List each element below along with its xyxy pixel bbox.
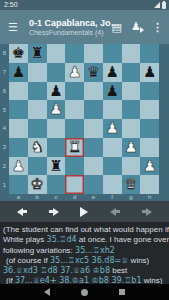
- square-h7[interactable]: ♟: [140, 63, 159, 82]
- rank-label-7: 7: [0, 63, 9, 82]
- piece-wP-f4: ♟: [105, 119, 118, 138]
- recents-button[interactable]: [119, 289, 125, 295]
- overflow-menu-icon[interactable]: ⋮: [152, 10, 163, 44]
- play-button[interactable]: [80, 201, 88, 222]
- square-h4[interactable]: [140, 119, 159, 138]
- battery-icon: [162, 2, 166, 9]
- comment-text: at once. I have gone over the: [77, 235, 169, 244]
- comment-text: best: [110, 266, 127, 275]
- rank-labels: 87654321: [0, 44, 9, 194]
- comment-text: White plays: [3, 235, 47, 244]
- piece-wP-g3: ♟: [124, 138, 137, 157]
- piece-bK-a8: ♚: [12, 44, 25, 63]
- square-f2[interactable]: [103, 157, 122, 176]
- skip-forward-button[interactable]: [142, 201, 152, 222]
- square-g6[interactable]: [122, 82, 141, 101]
- file-label-a: a: [9, 194, 28, 201]
- square-d3[interactable]: ♜: [65, 138, 84, 157]
- arrow-right-icon: [53, 208, 59, 216]
- square-b3[interactable]: ♞: [28, 138, 47, 157]
- file-label-h: h: [140, 194, 159, 201]
- piece-bP-f7: ♟: [105, 63, 118, 82]
- square-b7[interactable]: [28, 63, 47, 82]
- square-e5[interactable]: [84, 100, 103, 119]
- square-b5[interactable]: [28, 100, 47, 119]
- arrow-right-icon: [146, 208, 152, 216]
- square-f4[interactable]: ♟: [103, 119, 122, 138]
- square-g1[interactable]: ♛: [122, 175, 141, 194]
- piece-bP-f6: ♟: [105, 82, 118, 101]
- file-label-c: c: [47, 194, 66, 201]
- square-h3[interactable]: [140, 138, 159, 157]
- piece-wP-h2: ♟: [143, 157, 156, 176]
- back-button[interactable]: [44, 288, 50, 296]
- board-band: 87654321 ♚♜♟♟♛♟♟♟♟♟♟♞♜♟♟♜♟♚♛ abcdefgh: [0, 44, 169, 201]
- annotation-line-2: White plays 35.♖d4 at once. I have gone …: [3, 235, 166, 245]
- square-e1[interactable]: [84, 175, 103, 194]
- square-e7[interactable]: ♛: [84, 63, 103, 82]
- square-c6[interactable]: ♟: [47, 82, 66, 101]
- practice-play-icon[interactable]: ♟: [131, 20, 143, 34]
- comment-text: wins): [128, 256, 149, 265]
- square-f3[interactable]: [103, 138, 122, 157]
- piece-wP-a2: ♟: [12, 157, 25, 176]
- square-a6[interactable]: [9, 82, 28, 101]
- annotation-line-3: following variations: 35...♖xh2: [3, 246, 166, 256]
- square-d2[interactable]: [65, 157, 84, 176]
- square-f7[interactable]: ♟: [103, 63, 122, 82]
- piece-wP-d7: ♟: [68, 63, 81, 82]
- square-d6[interactable]: [65, 82, 84, 101]
- file-label-f: f: [103, 194, 122, 201]
- square-e8[interactable]: [84, 44, 103, 63]
- square-h1[interactable]: [140, 175, 159, 194]
- square-f5[interactable]: [103, 100, 122, 119]
- piece-wK-b1: ♚: [30, 175, 43, 194]
- app-bar: ☰ 0-1 Capablanca, Jo… ChessFundamentals …: [0, 10, 169, 44]
- play-icon: [80, 207, 88, 217]
- file-label-b: b: [28, 194, 47, 201]
- piece-bR-c2: ♜: [49, 157, 62, 176]
- hamburger-menu-icon[interactable]: ☰: [8, 10, 18, 44]
- file-label-d: d: [65, 194, 84, 201]
- page-subtitle: ChessFundamentals (4): [29, 29, 112, 37]
- square-b4[interactable]: [28, 119, 47, 138]
- square-a8[interactable]: ♚: [9, 44, 28, 63]
- annotation-line-5: 36.♕xd3 ♖d8 37.♕a6 ♔b8 best: [3, 266, 166, 276]
- file-label-e: e: [84, 194, 103, 201]
- square-g5[interactable]: [122, 100, 141, 119]
- square-h8[interactable]: [140, 44, 159, 63]
- rank-label-6: 6: [0, 82, 9, 101]
- square-c5[interactable]: ♟: [47, 100, 66, 119]
- square-a7[interactable]: ♟: [9, 63, 28, 82]
- arrow-left-icon: [23, 210, 27, 213]
- square-g4[interactable]: [122, 119, 141, 138]
- square-d8[interactable]: [65, 44, 84, 63]
- square-b8[interactable]: ♜: [28, 44, 47, 63]
- rank-label-2: 2: [0, 157, 9, 176]
- phone-screen: 2:50 ☰ 0-1 Capablanca, Jo… ChessFundamen…: [0, 0, 169, 300]
- annotation-text: (The student can find out what would hap…: [0, 222, 169, 284]
- square-h6[interactable]: [140, 82, 159, 101]
- square-b6[interactable]: [28, 82, 47, 101]
- piece-wP-c5: ♟: [49, 100, 62, 119]
- square-c7[interactable]: [47, 63, 66, 82]
- square-g7[interactable]: [122, 63, 141, 82]
- rank-label-4: 4: [0, 119, 9, 138]
- piece-bP-c6: ♟: [49, 82, 62, 101]
- next-move-button[interactable]: [49, 201, 59, 222]
- home-button[interactable]: [81, 289, 88, 296]
- square-e6[interactable]: [84, 82, 103, 101]
- square-g3[interactable]: ♟: [122, 138, 141, 157]
- square-e3[interactable]: [84, 138, 103, 157]
- square-c3[interactable]: [47, 138, 66, 157]
- move-text[interactable]: 35...♖xc5 36.d8=♕: [50, 256, 128, 265]
- piece-bR-b8: ♜: [30, 44, 43, 63]
- file-label-g: g: [122, 194, 141, 201]
- square-h5[interactable]: [140, 100, 159, 119]
- square-h2[interactable]: ♟: [140, 157, 159, 176]
- square-b2[interactable]: [28, 157, 47, 176]
- square-a2[interactable]: ♟: [9, 157, 28, 176]
- square-d1[interactable]: [65, 175, 84, 194]
- game-list-icon[interactable]: ▤: [112, 10, 122, 44]
- square-d5[interactable]: [65, 100, 84, 119]
- square-g2[interactable]: [122, 157, 141, 176]
- piece-bP-h7: ♟: [143, 63, 156, 82]
- comment-text: (The student can find out what would hap…: [3, 225, 169, 234]
- annotation-line-1: (The student can find out what would hap…: [3, 225, 166, 235]
- prev-move-button[interactable]: [17, 201, 27, 222]
- arrow-left-icon: [116, 210, 120, 213]
- signal-icon: [154, 2, 160, 8]
- square-d7[interactable]: ♟: [65, 63, 84, 82]
- square-a3[interactable]: [9, 138, 28, 157]
- move-controls: [0, 201, 169, 222]
- square-c4[interactable]: [47, 119, 66, 138]
- rank-label-3: 3: [0, 138, 9, 157]
- comment-text: following variations:: [3, 246, 75, 255]
- move-text[interactable]: 35.♖d4: [47, 235, 77, 244]
- square-e2[interactable]: [84, 157, 103, 176]
- piece-wN-b3: ♞: [30, 138, 43, 157]
- move-text[interactable]: 36.♕xd3 ♖d8 37.♕a6 ♔b8: [3, 266, 110, 275]
- rank-label-8: 8: [0, 44, 9, 63]
- piece-wQ-g1: ♛: [124, 175, 137, 194]
- page-title: 0-1 Capablanca, Jo…: [29, 18, 112, 29]
- square-f6[interactable]: ♟: [103, 82, 122, 101]
- status-bar: 2:50: [0, 0, 169, 10]
- android-nav-bar: [0, 284, 169, 300]
- piece-bQ-e7: ♛: [87, 63, 100, 82]
- annotation-line-4: (of course if 35...♖xc5 36.d8=♕ wins): [3, 256, 166, 266]
- square-c1[interactable]: [47, 175, 66, 194]
- comment-text: (of course if: [6, 256, 50, 265]
- file-labels: abcdefgh: [9, 194, 159, 201]
- chess-board: ♚♜♟♟♛♟♟♟♟♟♟♞♜♟♟♜♟♚♛: [9, 44, 159, 194]
- square-c8[interactable]: [47, 44, 66, 63]
- square-a4[interactable]: [9, 119, 28, 138]
- square-a1[interactable]: [9, 175, 28, 194]
- skip-back-button[interactable]: [110, 201, 120, 222]
- square-e4[interactable]: [84, 119, 103, 138]
- piece-wR-d3: ♜: [68, 138, 81, 157]
- square-g8[interactable]: [122, 44, 141, 63]
- move-text[interactable]: 35...♖xh2: [75, 246, 115, 255]
- square-c2[interactable]: ♜: [47, 157, 66, 176]
- piece-bP-a7: ♟: [12, 63, 25, 82]
- square-f8[interactable]: [103, 44, 122, 63]
- square-f1[interactable]: [103, 175, 122, 194]
- square-d4[interactable]: [65, 119, 84, 138]
- square-a5[interactable]: [9, 100, 28, 119]
- clock-text: 2:50: [4, 0, 18, 10]
- rank-label-1: 1: [0, 175, 9, 194]
- play-triangle-icon: [140, 27, 144, 33]
- rank-label-5: 5: [0, 100, 9, 119]
- square-b1[interactable]: ♚: [28, 175, 47, 194]
